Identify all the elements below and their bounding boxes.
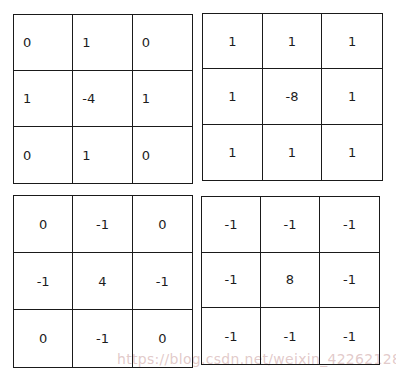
cell-r0c2: 0: [133, 15, 192, 71]
cell-r1c1: 4: [73, 253, 132, 310]
cell-r0c0: 0: [14, 15, 73, 71]
page: 0 1 0 1 -4 1 0 1 0 1 1 1 1 -8 1 1 1 1 0 …: [0, 0, 396, 381]
kernel-grid-bottom-left: 0 -1 0 -1 4 -1 0 -1 0: [13, 195, 193, 368]
cell-r0c1: 1: [263, 14, 323, 69]
cell-r1c2: 1: [322, 69, 382, 124]
cell-r0c2: -1: [320, 197, 379, 253]
cell-r0c0: 1: [203, 14, 263, 69]
cell-r0c0: 0: [14, 196, 73, 253]
kernel-grid-bottom-right: -1 -1 -1 -1 8 -1 -1 -1 -1: [201, 196, 380, 365]
cell-r2c0: 1: [203, 125, 263, 180]
cell-r0c2: 1: [322, 14, 382, 69]
cell-r1c0: 1: [14, 71, 73, 127]
cell-r2c2: -1: [320, 308, 379, 364]
kernel-grid-top-right: 1 1 1 1 -8 1 1 1 1: [202, 13, 383, 181]
cell-r2c0: 0: [14, 127, 73, 183]
cell-r2c0: 0: [14, 310, 73, 367]
cell-r1c1: -8: [263, 69, 323, 124]
cell-r2c1: -1: [261, 308, 320, 364]
cell-r2c0: -1: [202, 308, 261, 364]
cell-r1c0: -1: [14, 253, 73, 310]
cell-r0c1: -1: [261, 197, 320, 253]
cell-r2c2: 0: [133, 127, 192, 183]
cell-r1c0: 1: [203, 69, 263, 124]
cell-r0c1: 1: [73, 15, 132, 71]
cell-r2c2: 1: [322, 125, 382, 180]
cell-r2c1: -1: [73, 310, 132, 367]
cell-r1c2: 1: [133, 71, 192, 127]
cell-r1c1: -4: [73, 71, 132, 127]
cell-r2c1: 1: [73, 127, 132, 183]
cell-r2c2: 0: [133, 310, 192, 367]
cell-r1c2: -1: [133, 253, 192, 310]
cell-r1c1: 8: [261, 253, 320, 309]
cell-r1c2: -1: [320, 253, 379, 309]
cell-r2c1: 1: [263, 125, 323, 180]
cell-r0c2: 0: [133, 196, 192, 253]
cell-r0c0: -1: [202, 197, 261, 253]
cell-r1c0: -1: [202, 253, 261, 309]
kernel-grid-top-left: 0 1 0 1 -4 1 0 1 0: [13, 14, 193, 184]
cell-r0c1: -1: [73, 196, 132, 253]
